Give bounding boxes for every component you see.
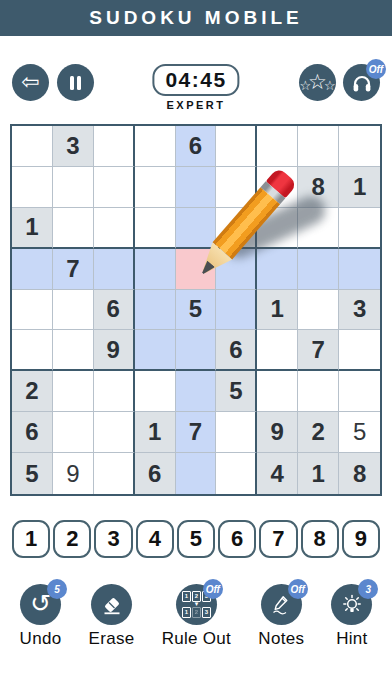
cell-r1c9[interactable] (339, 126, 380, 167)
cell-r7c4[interactable] (135, 371, 176, 412)
cell-r9c7[interactable]: 4 (257, 453, 298, 494)
back-arrow-icon: ⇦ (21, 71, 39, 93)
cell-r4c8[interactable] (298, 249, 339, 290)
difficulty-label: EXPERT (152, 99, 239, 111)
cell-r5c8[interactable] (298, 290, 339, 331)
numpad-key-9[interactable]: 9 (342, 520, 380, 558)
cell-r8c4[interactable]: 1 (135, 412, 176, 453)
cell-r1c3[interactable] (94, 126, 135, 167)
cell-r4c4[interactable] (135, 249, 176, 290)
cell-r2c4[interactable] (135, 167, 176, 208)
cell-r1c2[interactable]: 3 (53, 126, 94, 167)
cell-r8c2[interactable] (53, 412, 94, 453)
undo-button[interactable]: ↺5Undo (20, 584, 62, 649)
cell-r4c3[interactable] (94, 249, 135, 290)
cell-r8c7[interactable]: 9 (257, 412, 298, 453)
cell-r1c8[interactable] (298, 126, 339, 167)
cell-r6c2[interactable] (53, 330, 94, 371)
cell-r7c9[interactable] (339, 371, 380, 412)
cell-r9c5[interactable] (176, 453, 217, 494)
undo-badge: 5 (47, 579, 67, 599)
numpad-key-5[interactable]: 5 (177, 520, 215, 558)
cell-r7c6[interactable]: 5 (216, 371, 257, 412)
stars-icon: ☆☆☆ (302, 72, 332, 93)
cell-r2c2[interactable] (53, 167, 94, 208)
cell-r6c9[interactable] (339, 330, 380, 371)
cell-r6c8[interactable]: 7 (298, 330, 339, 371)
cell-r9c3[interactable] (94, 453, 135, 494)
cell-r9c1[interactable]: 5 (12, 453, 53, 494)
cell-r4c9[interactable] (339, 249, 380, 290)
notes-button[interactable]: OffNotes (258, 584, 304, 649)
sudoku-board: 368117651396725617925596418 (10, 124, 382, 496)
numpad-key-3[interactable]: 3 (94, 520, 132, 558)
cell-r3c4[interactable] (135, 208, 176, 249)
pause-button[interactable] (57, 64, 94, 101)
cell-r7c8[interactable] (298, 371, 339, 412)
rule-out-button[interactable]: 123▾123OffRule Out (162, 584, 232, 649)
cell-r8c6[interactable] (216, 412, 257, 453)
hint-button[interactable]: 3Hint (331, 584, 372, 649)
numpad-key-8[interactable]: 8 (301, 520, 339, 558)
cell-r8c9[interactable]: 5 (339, 412, 380, 453)
cell-r5c5[interactable]: 5 (176, 290, 217, 331)
number-pad: 123456789 (12, 520, 380, 558)
app-header: SUDOKU MOBILE (0, 0, 392, 36)
cell-r1c4[interactable] (135, 126, 176, 167)
cell-r5c7[interactable]: 1 (257, 290, 298, 331)
cell-r2c5[interactable] (176, 167, 217, 208)
numpad-key-2[interactable]: 2 (53, 520, 91, 558)
cell-r3c3[interactable] (94, 208, 135, 249)
cell-r4c1[interactable] (12, 249, 53, 290)
cell-r1c6[interactable] (216, 126, 257, 167)
cell-r6c6[interactable]: 6 (216, 330, 257, 371)
rating-button[interactable]: ☆☆☆ (299, 64, 336, 101)
cell-r1c1[interactable] (12, 126, 53, 167)
top-toolbar: ⇦ 04:45 EXPERT ☆☆☆ Off (0, 64, 392, 110)
cell-r3c5[interactable] (176, 208, 217, 249)
timer-display: 04:45 (152, 64, 239, 96)
sound-off-badge: Off (366, 59, 386, 79)
numpad-key-1[interactable]: 1 (12, 520, 50, 558)
cell-r4c2[interactable]: 7 (53, 249, 94, 290)
cell-r1c5[interactable]: 6 (176, 126, 217, 167)
cell-r8c5[interactable]: 7 (176, 412, 217, 453)
notes-badge: Off (288, 579, 308, 599)
cell-r5c6[interactable] (216, 290, 257, 331)
cell-r8c1[interactable]: 6 (12, 412, 53, 453)
cell-r7c7[interactable] (257, 371, 298, 412)
rule-out-badge: Off (203, 579, 223, 599)
cell-r6c3[interactable]: 9 (94, 330, 135, 371)
cell-r8c8[interactable]: 2 (298, 412, 339, 453)
eraser-icon (100, 593, 124, 617)
cell-r8c3[interactable] (94, 412, 135, 453)
cell-r9c2[interactable]: 9 (53, 453, 94, 494)
cell-r9c9[interactable]: 8 (339, 453, 380, 494)
cell-r7c1[interactable]: 2 (12, 371, 53, 412)
cell-r2c1[interactable] (12, 167, 53, 208)
notes-label: Notes (258, 629, 304, 649)
cell-r6c1[interactable] (12, 330, 53, 371)
cell-r5c4[interactable] (135, 290, 176, 331)
undo-label: Undo (20, 629, 62, 649)
cell-r9c4[interactable]: 6 (135, 453, 176, 494)
hint-label: Hint (336, 629, 367, 649)
cell-r1c7[interactable] (257, 126, 298, 167)
erase-label: Erase (89, 629, 135, 649)
pause-icon (70, 76, 81, 90)
cell-r6c7[interactable] (257, 330, 298, 371)
bottom-toolbar: ↺5UndoErase123▾123OffRule OutOffNotes3Hi… (6, 584, 386, 649)
cell-r6c4[interactable] (135, 330, 176, 371)
app-title: SUDOKU MOBILE (89, 7, 303, 29)
cell-r9c6[interactable] (216, 453, 257, 494)
rule-out-label: Rule Out (162, 629, 232, 649)
erase-button[interactable]: Erase (89, 584, 135, 649)
back-button[interactable]: ⇦ (12, 64, 49, 101)
cell-r7c5[interactable] (176, 371, 217, 412)
cell-r2c3[interactable] (94, 167, 135, 208)
cell-r9c8[interactable]: 1 (298, 453, 339, 494)
numpad-key-6[interactable]: 6 (218, 520, 256, 558)
cell-r3c2[interactable] (53, 208, 94, 249)
numpad-key-7[interactable]: 7 (259, 520, 297, 558)
cell-r7c3[interactable] (94, 371, 135, 412)
sound-button[interactable]: Off (343, 64, 380, 101)
notes-pencil-icon (269, 593, 293, 617)
cell-r5c3[interactable]: 6 (94, 290, 135, 331)
cell-r3c9[interactable] (339, 208, 380, 249)
cell-r4c7[interactable] (257, 249, 298, 290)
cell-r2c9[interactable]: 1 (339, 167, 380, 208)
cell-r5c1[interactable] (12, 290, 53, 331)
cell-r6c5[interactable] (176, 330, 217, 371)
numpad-key-4[interactable]: 4 (136, 520, 174, 558)
cell-r5c9[interactable]: 3 (339, 290, 380, 331)
cell-r5c2[interactable] (53, 290, 94, 331)
cell-r3c1[interactable]: 1 (12, 208, 53, 249)
hint-badge: 3 (358, 579, 378, 599)
cell-r7c2[interactable] (53, 371, 94, 412)
